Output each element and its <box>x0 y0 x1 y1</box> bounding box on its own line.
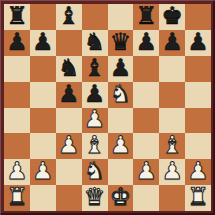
square-d1[interactable]: ♛ <box>82 185 108 211</box>
square-e5[interactable]: ♞ <box>108 82 134 108</box>
white-bishop[interactable]: ♝ <box>84 133 106 157</box>
black-bishop[interactable]: ♝ <box>84 56 106 80</box>
white-pawn[interactable]: ♟ <box>84 108 106 132</box>
square-a4[interactable] <box>4 108 30 134</box>
square-a7[interactable]: ♟ <box>4 30 30 56</box>
square-c3[interactable]: ♟ <box>56 133 82 159</box>
square-f2[interactable]: ♟ <box>133 159 159 185</box>
square-e3[interactable]: ♟ <box>108 133 134 159</box>
black-pawn[interactable]: ♟ <box>110 56 132 80</box>
square-a6[interactable] <box>4 56 30 82</box>
square-d8[interactable] <box>82 4 108 30</box>
square-b7[interactable]: ♟ <box>30 30 56 56</box>
square-c6[interactable]: ♞ <box>56 56 82 82</box>
square-g3[interactable]: ♝ <box>159 133 185 159</box>
square-a3[interactable] <box>4 133 30 159</box>
square-d4[interactable]: ♟ <box>82 108 108 134</box>
white-pawn[interactable]: ♟ <box>32 159 54 183</box>
square-e1[interactable]: ♚ <box>108 185 134 211</box>
square-b5[interactable] <box>30 82 56 108</box>
white-pawn[interactable]: ♟ <box>110 133 132 157</box>
square-c8[interactable]: ♝ <box>56 4 82 30</box>
square-a5[interactable] <box>4 82 30 108</box>
square-a8[interactable]: ♜ <box>4 4 30 30</box>
square-a2[interactable]: ♟ <box>4 159 30 185</box>
square-h7[interactable]: ♟ <box>185 30 211 56</box>
square-g6[interactable] <box>159 56 185 82</box>
square-f3[interactable] <box>133 133 159 159</box>
white-rook[interactable]: ♜ <box>6 185 28 209</box>
black-pawn[interactable]: ♟ <box>161 30 183 54</box>
black-pawn[interactable]: ♟ <box>136 30 158 54</box>
white-bishop[interactable]: ♝ <box>161 133 183 157</box>
white-knight[interactable]: ♞ <box>84 159 106 183</box>
square-f5[interactable] <box>133 82 159 108</box>
square-f8[interactable]: ♜ <box>133 4 159 30</box>
black-bishop[interactable]: ♝ <box>58 4 80 28</box>
square-b3[interactable] <box>30 133 56 159</box>
board-grid: ♜♝♜♚♟♟♞♛♟♟♟♞♝♟♟♟♞♟♟♝♟♝♟♟♞♟♟♟♜♛♚♜ <box>4 4 211 211</box>
square-h8[interactable] <box>185 4 211 30</box>
square-c2[interactable] <box>56 159 82 185</box>
square-d7[interactable]: ♞ <box>82 30 108 56</box>
square-e6[interactable]: ♟ <box>108 56 134 82</box>
black-pawn[interactable]: ♟ <box>6 30 28 54</box>
square-g7[interactable]: ♟ <box>159 30 185 56</box>
square-b1[interactable] <box>30 185 56 211</box>
square-h4[interactable] <box>185 108 211 134</box>
square-b8[interactable] <box>30 4 56 30</box>
white-pawn[interactable]: ♟ <box>136 159 158 183</box>
square-d2[interactable]: ♞ <box>82 159 108 185</box>
white-rook[interactable]: ♜ <box>187 185 209 209</box>
square-h2[interactable]: ♟ <box>185 159 211 185</box>
white-knight[interactable]: ♞ <box>110 82 132 106</box>
black-pawn[interactable]: ♟ <box>32 30 54 54</box>
black-pawn[interactable]: ♟ <box>84 82 106 106</box>
square-f6[interactable] <box>133 56 159 82</box>
square-d6[interactable]: ♝ <box>82 56 108 82</box>
black-rook[interactable]: ♜ <box>6 4 28 28</box>
square-c5[interactable]: ♟ <box>56 82 82 108</box>
black-queen[interactable]: ♛ <box>110 30 132 54</box>
square-c1[interactable] <box>56 185 82 211</box>
square-e2[interactable] <box>108 159 134 185</box>
square-d5[interactable]: ♟ <box>82 82 108 108</box>
white-pawn[interactable]: ♟ <box>58 133 80 157</box>
square-h1[interactable]: ♜ <box>185 185 211 211</box>
square-e8[interactable] <box>108 4 134 30</box>
square-f4[interactable] <box>133 108 159 134</box>
square-f7[interactable]: ♟ <box>133 30 159 56</box>
square-h6[interactable] <box>185 56 211 82</box>
white-pawn[interactable]: ♟ <box>187 159 209 183</box>
white-pawn[interactable]: ♟ <box>6 159 28 183</box>
square-b4[interactable] <box>30 108 56 134</box>
square-a1[interactable]: ♜ <box>4 185 30 211</box>
square-e7[interactable]: ♛ <box>108 30 134 56</box>
square-g8[interactable]: ♚ <box>159 4 185 30</box>
square-g2[interactable]: ♟ <box>159 159 185 185</box>
white-king[interactable]: ♚ <box>110 185 132 209</box>
square-c7[interactable] <box>56 30 82 56</box>
black-pawn[interactable]: ♟ <box>187 30 209 54</box>
black-king[interactable]: ♚ <box>161 4 183 28</box>
black-knight[interactable]: ♞ <box>58 56 80 80</box>
square-e4[interactable] <box>108 108 134 134</box>
square-b2[interactable]: ♟ <box>30 159 56 185</box>
square-h3[interactable] <box>185 133 211 159</box>
black-pawn[interactable]: ♟ <box>58 82 80 106</box>
square-f1[interactable] <box>133 185 159 211</box>
square-c4[interactable] <box>56 108 82 134</box>
square-g1[interactable] <box>159 185 185 211</box>
white-queen[interactable]: ♛ <box>84 185 106 209</box>
chess-board: ♜♝♜♚♟♟♞♛♟♟♟♞♝♟♟♟♞♟♟♝♟♝♟♟♞♟♟♟♜♛♚♜ <box>0 0 215 215</box>
black-rook[interactable]: ♜ <box>136 4 158 28</box>
square-d3[interactable]: ♝ <box>82 133 108 159</box>
black-knight[interactable]: ♞ <box>84 30 106 54</box>
square-g5[interactable] <box>159 82 185 108</box>
white-pawn[interactable]: ♟ <box>161 159 183 183</box>
square-b6[interactable] <box>30 56 56 82</box>
square-g4[interactable] <box>159 108 185 134</box>
square-h5[interactable] <box>185 82 211 108</box>
